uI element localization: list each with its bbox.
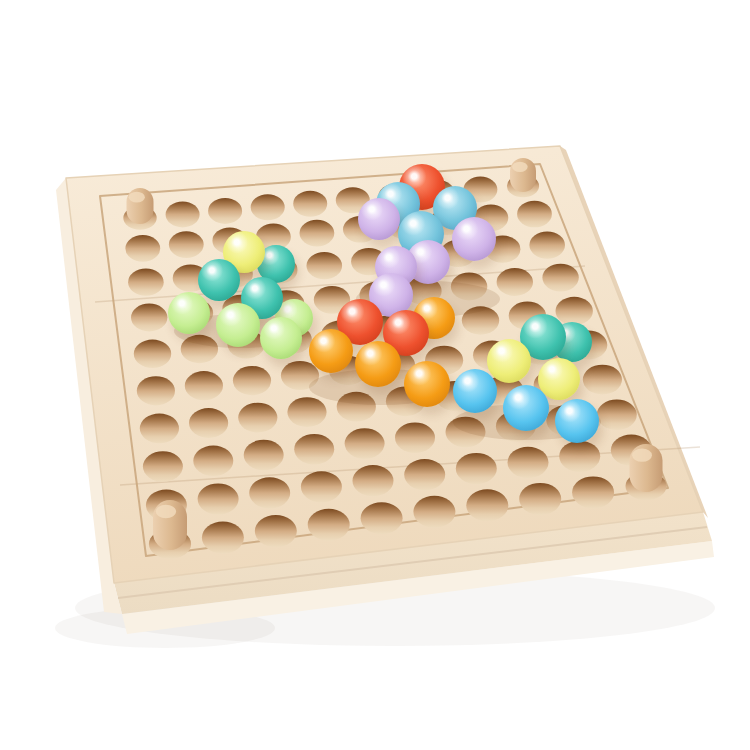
hole[interactable] [343, 216, 378, 243]
hole[interactable] [134, 340, 171, 368]
hole[interactable] [137, 376, 175, 405]
hole[interactable] [497, 268, 533, 296]
hole[interactable] [368, 316, 405, 344]
hole[interactable] [198, 483, 239, 514]
hole[interactable] [361, 502, 403, 534]
hole[interactable] [583, 365, 622, 395]
hole[interactable] [314, 286, 350, 314]
hole[interactable] [509, 302, 546, 330]
hole[interactable] [484, 376, 523, 406]
hole[interactable] [559, 441, 600, 472]
hole[interactable] [378, 184, 412, 210]
hole[interactable] [396, 244, 432, 271]
hole[interactable] [321, 321, 358, 349]
hole[interactable] [463, 177, 497, 203]
hole[interactable] [542, 264, 578, 292]
hole[interactable] [351, 248, 387, 275]
hole[interactable] [517, 201, 552, 228]
hole[interactable] [249, 477, 290, 508]
hole[interactable] [534, 370, 573, 400]
hole[interactable] [251, 194, 285, 220]
hole[interactable] [521, 336, 559, 365]
hole[interactable] [353, 465, 394, 496]
hole[interactable] [244, 440, 284, 471]
hole[interactable] [529, 232, 565, 259]
hole[interactable] [128, 269, 164, 296]
hole[interactable] [202, 522, 244, 554]
hole[interactable] [293, 191, 327, 217]
hole[interactable] [301, 471, 342, 502]
cluster-shadow [309, 369, 453, 405]
hole[interactable] [597, 399, 637, 430]
hole[interactable] [440, 240, 476, 267]
hole[interactable] [262, 256, 298, 283]
hole[interactable] [572, 476, 614, 508]
hole[interactable] [255, 515, 297, 547]
hole[interactable] [212, 227, 247, 254]
wooden-board [0, 0, 750, 750]
hole[interactable] [413, 496, 455, 528]
hole[interactable] [336, 187, 370, 213]
hole[interactable] [395, 422, 435, 453]
corner-peg[interactable] [626, 444, 667, 500]
hole[interactable] [131, 304, 167, 332]
hole[interactable] [166, 201, 200, 227]
hole[interactable] [430, 208, 465, 235]
hole[interactable] [208, 198, 242, 224]
hole[interactable] [307, 252, 343, 279]
cluster-shadow [356, 281, 500, 317]
hole[interactable] [556, 297, 593, 325]
hole[interactable] [185, 371, 223, 400]
hole[interactable] [421, 180, 455, 206]
hole[interactable] [466, 489, 508, 521]
hole[interactable] [238, 403, 277, 433]
hole[interactable] [143, 451, 183, 482]
hole[interactable] [569, 330, 607, 359]
hole[interactable] [189, 408, 228, 438]
hole[interactable] [125, 235, 160, 262]
hole[interactable] [425, 346, 463, 375]
hole[interactable] [308, 509, 350, 541]
hole[interactable] [294, 434, 334, 465]
corner-peg[interactable] [149, 500, 191, 559]
hole[interactable] [233, 366, 271, 395]
hole[interactable] [217, 260, 253, 287]
pegboard-scene [0, 0, 750, 750]
hole[interactable] [404, 459, 445, 490]
hole[interactable] [474, 205, 509, 232]
hole[interactable] [473, 341, 511, 370]
cluster-shadow [174, 314, 306, 348]
hole[interactable] [193, 446, 233, 477]
hole[interactable] [300, 220, 335, 247]
hole[interactable] [140, 414, 179, 444]
hole[interactable] [456, 453, 497, 484]
hole[interactable] [485, 236, 521, 263]
hole[interactable] [345, 428, 385, 459]
hole[interactable] [287, 397, 326, 427]
hole[interactable] [256, 224, 291, 251]
hole[interactable] [508, 447, 549, 478]
hole[interactable] [387, 212, 422, 239]
hole[interactable] [173, 265, 209, 292]
cluster-shadow [453, 404, 601, 440]
hole[interactable] [519, 483, 561, 515]
hole[interactable] [169, 231, 204, 258]
hole[interactable] [268, 290, 304, 318]
